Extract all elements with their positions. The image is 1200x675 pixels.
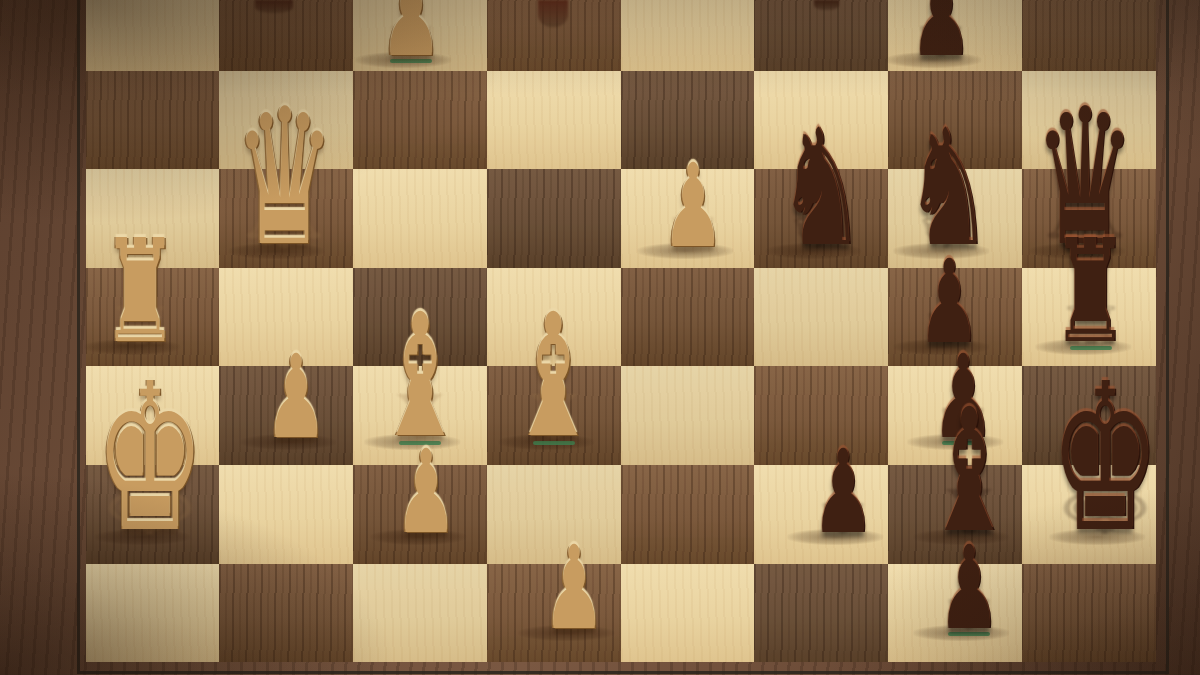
black-king-h2[interactable]: ♚♚ bbox=[1038, 434, 1172, 539]
king-icon: ♚ bbox=[95, 380, 206, 539]
white-rook-a4[interactable]: ♜♜ bbox=[73, 274, 207, 347]
chess-photo-scene: ♟♟♟♟♛♛♟♟♞♞♞♞♛♛♜♜♟♟♜♜♟♟♝♝♝♝♟♟♚♚♟♟♟♟♝♝♚♚♟♟… bbox=[0, 0, 1200, 675]
cropped-piece-reflection-d-file bbox=[538, 0, 568, 27]
pawn-icon: ♟ bbox=[938, 543, 1001, 633]
square-b2[interactable] bbox=[219, 465, 353, 564]
white-pawn-d1[interactable]: ♟♟ bbox=[507, 574, 641, 634]
square-a1[interactable] bbox=[86, 564, 220, 663]
king-icon: ♚ bbox=[1049, 380, 1160, 539]
black-knight-f5[interactable]: ♞♞ bbox=[754, 170, 888, 253]
white-queen-b5[interactable]: ♛♛ bbox=[217, 155, 351, 252]
white-pawn-e5[interactable]: ♟♟ bbox=[626, 192, 760, 252]
bishop-icon: ♝ bbox=[374, 310, 466, 443]
cropped-piece-reflection-b-file bbox=[255, 0, 293, 13]
pawn-icon: ♟ bbox=[812, 448, 875, 538]
square-b1[interactable] bbox=[219, 564, 353, 663]
pawn-icon: ♟ bbox=[910, 0, 973, 61]
square-a6[interactable] bbox=[86, 71, 220, 170]
knight-icon: ♞ bbox=[905, 127, 992, 253]
queen-icon: ♛ bbox=[233, 105, 335, 252]
square-c6[interactable] bbox=[353, 71, 487, 170]
white-pawn-b3[interactable]: ♟♟ bbox=[229, 383, 363, 443]
black-pawn-g1[interactable]: ♟♟ bbox=[902, 574, 1036, 634]
square-d5[interactable] bbox=[487, 169, 621, 268]
square-h7[interactable] bbox=[1022, 0, 1156, 71]
square-f1[interactable] bbox=[754, 564, 888, 663]
white-pawn-c7[interactable]: ♟♟ bbox=[344, 1, 478, 61]
pawn-icon: ♟ bbox=[662, 161, 725, 251]
rook-icon: ♜ bbox=[102, 236, 180, 347]
square-a7[interactable] bbox=[86, 0, 220, 71]
white-pawn-c2[interactable]: ♟♟ bbox=[359, 478, 493, 538]
square-d6[interactable] bbox=[487, 71, 621, 170]
square-e4[interactable] bbox=[621, 268, 755, 367]
square-e7[interactable] bbox=[621, 0, 755, 71]
pawn-icon: ♟ bbox=[265, 352, 328, 442]
black-rook-h4[interactable]: ♜♜ bbox=[1024, 274, 1158, 347]
square-e3[interactable] bbox=[621, 366, 755, 465]
square-e2[interactable] bbox=[621, 465, 755, 564]
square-h1[interactable] bbox=[1022, 564, 1156, 663]
pawn-icon: ♟ bbox=[542, 543, 605, 633]
square-f4[interactable] bbox=[754, 268, 888, 367]
knight-icon: ♞ bbox=[777, 127, 864, 253]
pawn-icon: ♟ bbox=[380, 0, 443, 61]
cropped-piece-reflection-f-file bbox=[814, 0, 839, 10]
white-bishop-d3[interactable]: ♝♝ bbox=[487, 356, 621, 443]
square-f7[interactable] bbox=[754, 0, 888, 71]
black-pawn-g7[interactable]: ♟♟ bbox=[874, 1, 1008, 61]
rook-icon: ♜ bbox=[1052, 236, 1130, 347]
square-c1[interactable] bbox=[353, 564, 487, 663]
bishop-icon: ♝ bbox=[923, 406, 1015, 539]
pawn-icon: ♟ bbox=[395, 448, 458, 538]
black-pawn-f2[interactable]: ♟♟ bbox=[776, 478, 910, 538]
white-king-a2[interactable]: ♚♚ bbox=[83, 434, 217, 539]
square-c5[interactable] bbox=[353, 169, 487, 268]
bishop-icon: ♝ bbox=[507, 310, 599, 443]
